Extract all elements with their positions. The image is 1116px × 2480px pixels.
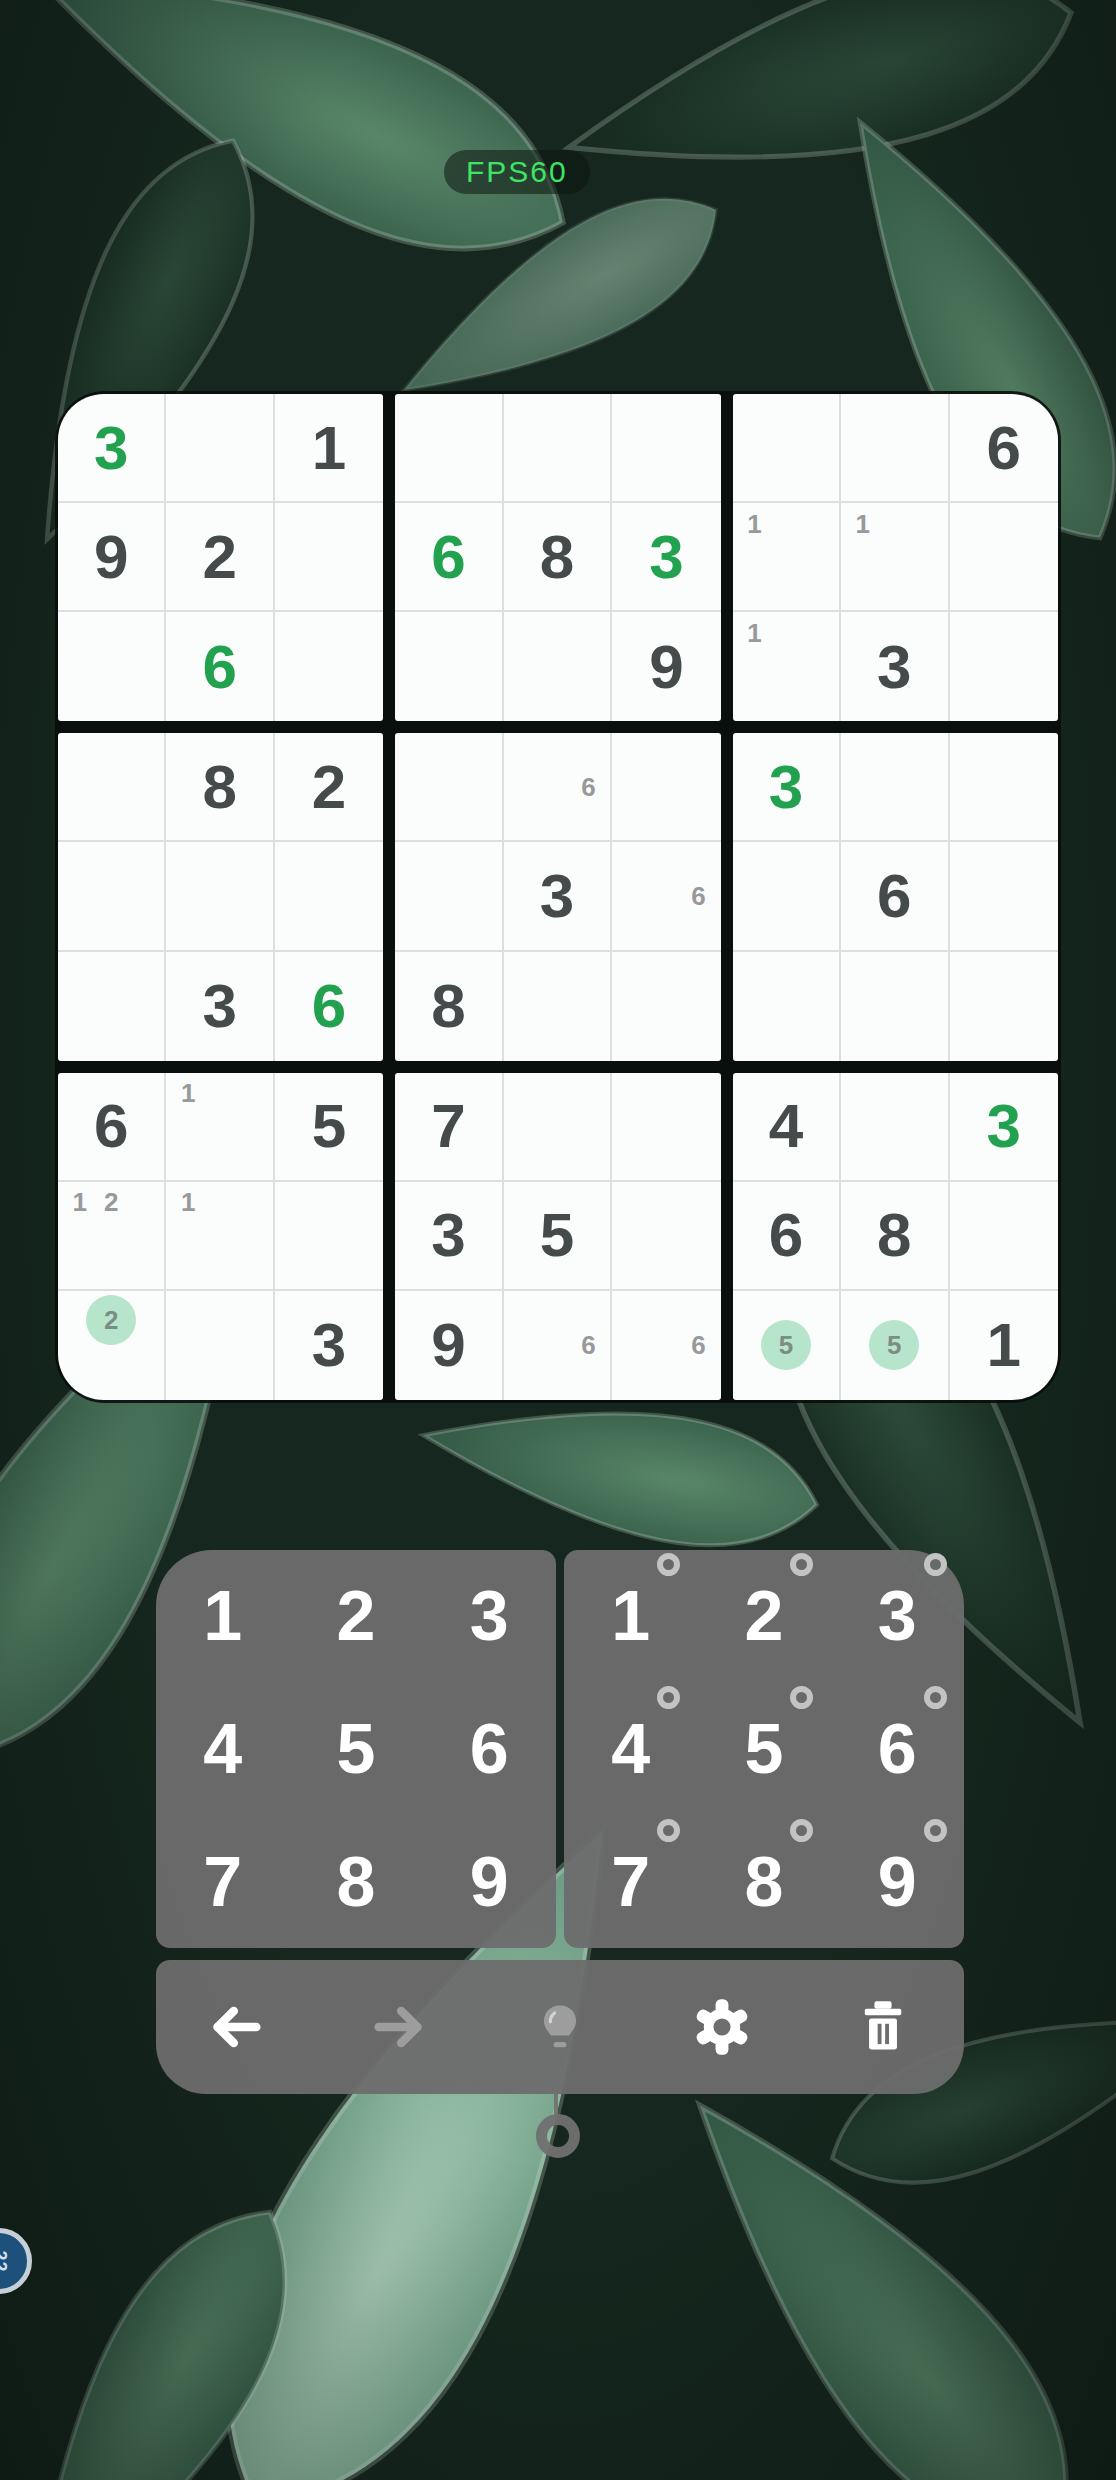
numpad-notes: 123456789 — [564, 1550, 964, 1948]
note-slot-2 — [650, 846, 682, 879]
cell-r2c9[interactable] — [950, 503, 1058, 612]
entry-digit: 6 — [202, 636, 236, 698]
cell-r9c5[interactable]: 6 — [504, 1291, 612, 1400]
cell-r5c8[interactable]: 6 — [841, 842, 949, 951]
numpad-digit-6[interactable]: 6 — [423, 1683, 556, 1816]
cell-r9c6[interactable]: 6 — [612, 1291, 720, 1400]
note-ring-icon — [790, 1553, 813, 1576]
note-slot-3 — [127, 1186, 158, 1219]
given-digit: 5 — [540, 1204, 574, 1266]
note-slot-7 — [510, 1362, 541, 1396]
given-digit: 4 — [769, 1095, 803, 1157]
note-slot-6 — [802, 540, 833, 573]
notepad-digit-label: 4 — [611, 1714, 650, 1784]
cell-r2c8[interactable]: 1 — [841, 503, 949, 612]
note-slot-7 — [618, 1362, 650, 1396]
note-grid: 1 — [739, 616, 833, 717]
note-digit: 2 — [104, 1189, 118, 1215]
note-slot-6 — [127, 1219, 158, 1252]
given-digit: 9 — [431, 1314, 465, 1376]
note-slot-3 — [910, 507, 941, 540]
note-slot-4 — [172, 1110, 203, 1143]
note-digit: 6 — [581, 774, 595, 800]
note-grid: 6 — [510, 1295, 604, 1396]
note-slot-1: 1 — [847, 507, 878, 540]
cell-r2c7[interactable]: 1 — [733, 503, 841, 612]
note-slot-7 — [739, 1370, 761, 1396]
note-slot-9 — [919, 1370, 941, 1396]
note-slot-1 — [618, 1295, 650, 1329]
note-grid: 5 — [847, 1295, 941, 1396]
note-slot-8 — [879, 573, 910, 606]
cell-r9c1[interactable]: 2 — [58, 1291, 166, 1400]
cell-r8c5[interactable]: 5 — [504, 1182, 612, 1291]
note-slot-5 — [879, 540, 910, 573]
note-slot-7 — [172, 1252, 203, 1285]
note-slot-5 — [86, 1345, 136, 1371]
note-slot-1 — [64, 1295, 86, 1345]
note-grid: 5 — [739, 1295, 833, 1396]
note-slot-6 — [136, 1345, 158, 1371]
gear-icon — [692, 1997, 752, 2057]
note-slot-9 — [136, 1370, 158, 1396]
number-pads: 123456789 123456789 — [156, 1550, 964, 1948]
cell-r1c2[interactable] — [166, 394, 274, 503]
note-digit: 1 — [747, 511, 761, 537]
cell-r6c5[interactable] — [504, 952, 612, 1061]
cell-r3c4[interactable] — [395, 612, 503, 721]
cell-r8c4[interactable]: 3 — [395, 1182, 503, 1291]
note-slot-7 — [739, 573, 770, 606]
cell-r5c5[interactable]: 3 — [504, 842, 612, 951]
cell-r8c2[interactable]: 1 — [166, 1182, 274, 1291]
note-grid: 6 — [510, 737, 604, 836]
note-digit: 6 — [581, 1332, 595, 1358]
note-slot-1: 1 — [172, 1077, 203, 1110]
cell-r1c8[interactable] — [841, 394, 949, 503]
note-digit: 1 — [181, 1080, 195, 1106]
cell-r5c2[interactable] — [166, 842, 274, 951]
numpad-digit-8[interactable]: 8 — [289, 1815, 422, 1948]
cell-r1c7[interactable] — [733, 394, 841, 503]
cell-r9c4[interactable]: 9 — [395, 1291, 503, 1400]
note-slot-2 — [869, 1295, 919, 1321]
note-slot-4 — [64, 1219, 95, 1252]
numpad-digit-label: 9 — [470, 1847, 509, 1917]
cell-r8c3[interactable] — [275, 1182, 383, 1291]
numpad-digit-4[interactable]: 4 — [156, 1683, 289, 1816]
note-slot-2 — [204, 1077, 235, 1110]
board-box-7: 61512123 — [58, 1073, 383, 1400]
note-ring-icon — [657, 1553, 680, 1576]
cell-r3c5[interactable] — [504, 612, 612, 721]
numpad-digit-9[interactable]: 9 — [423, 1815, 556, 1948]
note-slot-5: 5 — [869, 1320, 919, 1370]
note-slot-3 — [235, 1186, 266, 1219]
note-grid: 1 — [847, 507, 941, 606]
given-digit: 5 — [312, 1095, 346, 1157]
note-slot-9 — [573, 803, 604, 836]
cell-r9c7[interactable]: 5 — [733, 1291, 841, 1400]
note-slot-5 — [770, 650, 801, 684]
note-slot-3 — [919, 1295, 941, 1321]
notepad-digit-1[interactable]: 1 — [564, 1550, 697, 1683]
note-slot-5 — [650, 1329, 682, 1363]
note-grid: 1 — [739, 507, 833, 606]
given-digit: 6 — [877, 865, 911, 927]
note-slot-6 — [910, 540, 941, 573]
numpad-digit-2[interactable]: 2 — [289, 1550, 422, 1683]
cell-r6c6[interactable] — [612, 952, 720, 1061]
board-box-8: 735966 — [395, 1073, 720, 1400]
cell-r7c1[interactable]: 6 — [58, 1073, 166, 1182]
note-slot-9 — [802, 684, 833, 718]
cell-r1c5[interactable] — [504, 394, 612, 503]
sudoku-board: 3192668396111382366368366151212373596643… — [58, 394, 1058, 1400]
given-digit: 6 — [94, 1095, 128, 1157]
note-slot-6: 6 — [573, 770, 604, 803]
note-digit: 1 — [747, 620, 761, 646]
given-digit: 3 — [877, 636, 911, 698]
numpad-digit-1[interactable]: 1 — [156, 1550, 289, 1683]
numpad-digit-label: 7 — [203, 1847, 242, 1917]
note-slot-1: 1 — [172, 1186, 203, 1219]
note-slot-8 — [761, 1370, 811, 1396]
note-slot-8 — [86, 1370, 136, 1396]
note-slot-2 — [204, 1186, 235, 1219]
note-slot-8 — [204, 1252, 235, 1285]
note-slot-1: 1 — [739, 507, 770, 540]
note-slot-9 — [683, 913, 715, 946]
note-slot-2: 2 — [95, 1186, 126, 1219]
cell-r9c9[interactable]: 1 — [950, 1291, 1058, 1400]
note-slot-8 — [95, 1252, 126, 1285]
note-grid: 1 — [172, 1186, 266, 1285]
note-ring-icon — [657, 1819, 680, 1842]
cell-r4c5[interactable]: 6 — [504, 733, 612, 842]
floating-badge-label: 22 — [0, 2250, 10, 2272]
lightbulb-icon — [530, 1997, 590, 2057]
note-grid: 6 — [618, 846, 714, 945]
cell-r7c3[interactable]: 5 — [275, 1073, 383, 1182]
note-digit: 1 — [856, 511, 870, 537]
cell-r6c7[interactable] — [733, 952, 841, 1061]
cell-r3c1[interactable] — [58, 612, 166, 721]
cell-r5c4[interactable] — [395, 842, 503, 951]
numpad-digit-3[interactable]: 3 — [423, 1550, 556, 1683]
cell-r7c6[interactable] — [612, 1073, 720, 1182]
cell-r7c5[interactable] — [504, 1073, 612, 1182]
note-slot-2 — [770, 507, 801, 540]
cell-r2c3[interactable] — [275, 503, 383, 612]
entry-digit: 3 — [987, 1095, 1021, 1157]
cell-r7c9[interactable]: 3 — [950, 1073, 1058, 1182]
sudoku-app-screen: FPS60 3192668396111382366368366151212373… — [0, 0, 1116, 2480]
note-grid: 2 — [64, 1295, 158, 1396]
note-slot-4 — [847, 1320, 869, 1370]
given-digit: 3 — [312, 1314, 346, 1376]
note-slot-9 — [127, 1252, 158, 1285]
note-slot-9 — [235, 1252, 266, 1285]
note-slot-9 — [573, 1362, 604, 1396]
fps-badge: FPS60 — [444, 150, 590, 194]
keypad-collapse-handle[interactable] — [536, 2114, 580, 2158]
cell-r4c4[interactable] — [395, 733, 503, 842]
note-slot-8 — [650, 913, 682, 946]
cell-r3c7[interactable]: 1 — [733, 612, 841, 721]
numpad-digit-label: 8 — [337, 1847, 376, 1917]
notepad-digit-5[interactable]: 5 — [697, 1683, 830, 1816]
notepad-digit-label: 3 — [878, 1581, 917, 1651]
note-slot-2 — [770, 616, 801, 650]
board-box-2: 6839 — [395, 394, 720, 721]
note-slot-8 — [770, 573, 801, 606]
cell-r3c9[interactable] — [950, 612, 1058, 721]
note-slot-3 — [683, 846, 715, 879]
cell-r9c8[interactable]: 5 — [841, 1291, 949, 1400]
notepad-digit-label: 5 — [745, 1714, 784, 1784]
note-ring-icon — [790, 1686, 813, 1709]
undo-button[interactable] — [197, 1987, 277, 2067]
cell-r5c9[interactable] — [950, 842, 1058, 951]
cell-r8c9[interactable] — [950, 1182, 1058, 1291]
note-slot-6: 6 — [683, 1329, 715, 1363]
given-digit: 1 — [987, 1314, 1021, 1376]
cell-r4c3[interactable]: 2 — [275, 733, 383, 842]
note-slot-4 — [739, 540, 770, 573]
note-slot-4 — [618, 1329, 650, 1363]
cell-r2c2[interactable]: 2 — [166, 503, 274, 612]
notepad-digit-6[interactable]: 6 — [831, 1683, 964, 1816]
notepad-digit-label: 6 — [878, 1714, 917, 1784]
note-slot-4 — [739, 650, 770, 684]
cell-r3c8[interactable]: 3 — [841, 612, 949, 721]
note-slot-3 — [573, 1295, 604, 1329]
note-slot-2 — [650, 1295, 682, 1329]
note-slot-2 — [761, 1295, 811, 1321]
given-digit: 8 — [877, 1204, 911, 1266]
cell-r5c1[interactable] — [58, 842, 166, 951]
note-slot-5 — [204, 1219, 235, 1252]
cell-r5c7[interactable] — [733, 842, 841, 951]
note-slot-9 — [235, 1143, 266, 1176]
cell-r7c2[interactable]: 1 — [166, 1073, 274, 1182]
note-slot-4 — [739, 1320, 761, 1370]
notepad-digit-label: 1 — [611, 1581, 650, 1651]
cell-r4c7[interactable]: 3 — [733, 733, 841, 842]
board-box-6: 36 — [733, 733, 1058, 1060]
given-digit: 6 — [987, 417, 1021, 479]
note-slot-4 — [64, 1345, 86, 1371]
note-digit-circled: 5 — [869, 1320, 919, 1370]
cell-r6c8[interactable] — [841, 952, 949, 1061]
cell-r1c3[interactable]: 1 — [275, 394, 383, 503]
note-slot-3 — [235, 1077, 266, 1110]
notepad-digit-8[interactable]: 8 — [697, 1815, 830, 1948]
notepad-digit-label: 8 — [745, 1847, 784, 1917]
hint-button[interactable] — [520, 1987, 600, 2067]
cell-r6c3[interactable]: 6 — [275, 952, 383, 1061]
note-slot-8 — [541, 803, 572, 836]
cell-r2c5[interactable]: 8 — [504, 503, 612, 612]
cell-r7c4[interactable]: 7 — [395, 1073, 503, 1182]
cell-r8c6[interactable] — [612, 1182, 720, 1291]
note-slot-2 — [541, 1295, 572, 1329]
note-digit-circled: 5 — [761, 1320, 811, 1370]
note-digit: 1 — [73, 1189, 87, 1215]
given-digit: 1 — [312, 417, 346, 479]
entry-digit: 6 — [312, 975, 346, 1037]
note-slot-6: 6 — [683, 879, 715, 912]
cell-r5c3[interactable] — [275, 842, 383, 951]
cell-r6c9[interactable] — [950, 952, 1058, 1061]
note-slot-5 — [650, 879, 682, 912]
numpad-digit-label: 4 — [203, 1714, 242, 1784]
cell-r4c8[interactable] — [841, 733, 949, 842]
note-digit: 6 — [691, 1332, 705, 1358]
numpad-digit-label: 6 — [470, 1714, 509, 1784]
numpad-digit-5[interactable]: 5 — [289, 1683, 422, 1816]
note-slot-1 — [510, 1295, 541, 1329]
cell-r3c2[interactable]: 6 — [166, 612, 274, 721]
numpad-normal: 123456789 — [156, 1550, 556, 1948]
cell-r6c1[interactable] — [58, 952, 166, 1061]
note-slot-3 — [811, 1295, 833, 1321]
note-slot-1 — [510, 737, 541, 770]
settings-button[interactable] — [682, 1987, 762, 2067]
given-digit: 8 — [540, 526, 574, 588]
note-slot-1 — [618, 846, 650, 879]
note-slot-6: 6 — [573, 1329, 604, 1363]
note-slot-7 — [739, 684, 770, 718]
note-slot-7 — [64, 1370, 86, 1396]
note-slot-8 — [650, 1362, 682, 1396]
given-digit: 2 — [312, 756, 346, 818]
notepad-digit-3[interactable]: 3 — [831, 1550, 964, 1683]
board-box-9: 4368551 — [733, 1073, 1058, 1400]
redo-button[interactable] — [358, 1987, 438, 2067]
cell-r6c4[interactable]: 8 — [395, 952, 503, 1061]
board-box-5: 6368 — [395, 733, 720, 1060]
note-slot-4 — [510, 1329, 541, 1363]
note-grid: 12 — [64, 1186, 158, 1285]
notepad-digit-4[interactable]: 4 — [564, 1683, 697, 1816]
note-slot-3 — [802, 507, 833, 540]
cell-r6c2[interactable]: 3 — [166, 952, 274, 1061]
notepad-digit-label: 9 — [878, 1847, 917, 1917]
note-ring-icon — [790, 1819, 813, 1842]
erase-button[interactable] — [843, 1987, 923, 2067]
cell-r1c4[interactable] — [395, 394, 503, 503]
given-digit: 3 — [202, 975, 236, 1037]
note-slot-7 — [510, 803, 541, 836]
note-slot-4 — [618, 879, 650, 912]
cell-r9c2[interactable] — [166, 1291, 274, 1400]
notepad-digit-7[interactable]: 7 — [564, 1815, 697, 1948]
given-digit: 8 — [431, 975, 465, 1037]
cell-r4c1[interactable] — [58, 733, 166, 842]
notepad-digit-label: 7 — [611, 1847, 650, 1917]
given-digit: 7 — [431, 1095, 465, 1157]
given-digit: 8 — [202, 756, 236, 818]
note-slot-1 — [847, 1295, 869, 1321]
note-slot-2 — [541, 737, 572, 770]
cell-r1c6[interactable] — [612, 394, 720, 503]
note-slot-8 — [204, 1143, 235, 1176]
given-digit: 3 — [431, 1204, 465, 1266]
board-box-1: 31926 — [58, 394, 383, 721]
note-slot-3 — [573, 737, 604, 770]
note-slot-9 — [802, 573, 833, 606]
cell-r8c1[interactable]: 12 — [58, 1182, 166, 1291]
note-digit: 6 — [691, 883, 705, 909]
note-grid: 6 — [618, 1295, 714, 1396]
cell-r1c9[interactable]: 6 — [950, 394, 1058, 503]
notepad-digit-2[interactable]: 2 — [697, 1550, 830, 1683]
numpad-digit-label: 5 — [337, 1714, 376, 1784]
cell-r8c7[interactable]: 6 — [733, 1182, 841, 1291]
arrow-left-icon — [207, 1997, 267, 2057]
cell-r7c7[interactable]: 4 — [733, 1073, 841, 1182]
cell-r2c4[interactable]: 6 — [395, 503, 503, 612]
numpad-digit-7[interactable]: 7 — [156, 1815, 289, 1948]
cell-r4c2[interactable]: 8 — [166, 733, 274, 842]
toolbar — [156, 1960, 964, 2094]
cell-r1c1[interactable]: 3 — [58, 394, 166, 503]
note-slot-7 — [847, 573, 878, 606]
note-slot-3 — [802, 616, 833, 650]
board-box-4: 8236 — [58, 733, 383, 1060]
note-ring-icon — [657, 1686, 680, 1709]
given-digit: 9 — [649, 636, 683, 698]
trash-icon — [853, 1997, 913, 2057]
note-slot-5 — [541, 1329, 572, 1363]
cell-r8c8[interactable]: 8 — [841, 1182, 949, 1291]
note-ring-icon — [924, 1819, 947, 1842]
cell-r5c6[interactable]: 6 — [612, 842, 720, 951]
numpad-digit-label: 3 — [470, 1581, 509, 1651]
note-slot-5 — [541, 770, 572, 803]
arrow-right-icon — [368, 1997, 428, 2057]
cell-r3c3[interactable] — [275, 612, 383, 721]
cell-r7c8[interactable] — [841, 1073, 949, 1182]
note-slot-6 — [919, 1320, 941, 1370]
note-slot-9 — [683, 1362, 715, 1396]
cell-r9c3[interactable]: 3 — [275, 1291, 383, 1400]
note-ring-icon — [924, 1686, 947, 1709]
note-slot-8 — [770, 684, 801, 718]
cell-r4c9[interactable] — [950, 733, 1058, 842]
note-slot-2 — [879, 507, 910, 540]
cell-r2c6[interactable]: 3 — [612, 503, 720, 612]
note-slot-2: 2 — [86, 1295, 136, 1345]
note-slot-1: 1 — [64, 1186, 95, 1219]
cell-r4c6[interactable] — [612, 733, 720, 842]
cell-r2c1[interactable]: 9 — [58, 503, 166, 612]
board-box-3: 61113 — [733, 394, 1058, 721]
note-slot-9 — [910, 573, 941, 606]
note-slot-3 — [683, 1295, 715, 1329]
note-grid: 1 — [172, 1077, 266, 1176]
cell-r3c6[interactable]: 9 — [612, 612, 720, 721]
note-slot-1: 1 — [739, 616, 770, 650]
note-slot-6 — [235, 1110, 266, 1143]
given-digit: 9 — [94, 526, 128, 588]
notepad-digit-9[interactable]: 9 — [831, 1815, 964, 1948]
notepad-digit-label: 2 — [745, 1581, 784, 1651]
note-slot-6 — [811, 1320, 833, 1370]
fps-label: FPS60 — [466, 155, 568, 189]
